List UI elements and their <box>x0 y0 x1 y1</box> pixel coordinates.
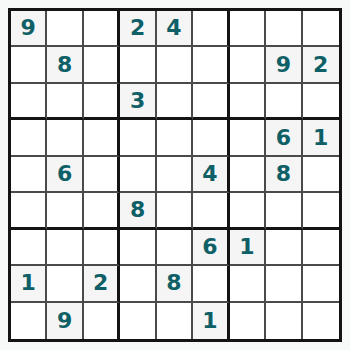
sudoku-cell-r9c8[interactable] <box>266 303 302 339</box>
sudoku-cell-r2c1[interactable] <box>11 47 47 83</box>
sudoku-cell-r6c4[interactable]: 8 <box>120 193 156 229</box>
sudoku-cell-r4c5[interactable] <box>157 120 193 156</box>
sudoku-cell-r3c5[interactable] <box>157 84 193 120</box>
sudoku-cell-r9c9[interactable] <box>303 303 339 339</box>
sudoku-cell-r3c7[interactable] <box>230 84 266 120</box>
sudoku-cell-r4c1[interactable] <box>11 120 47 156</box>
sudoku-cell-r9c5[interactable] <box>157 303 193 339</box>
sudoku-cell-r7c2[interactable] <box>47 230 83 266</box>
sudoku-cell-r1c9[interactable] <box>303 11 339 47</box>
sudoku-cell-r2c9[interactable]: 2 <box>303 47 339 83</box>
sudoku-cell-r8c5[interactable]: 8 <box>157 266 193 302</box>
sudoku-cell-r3c4[interactable]: 3 <box>120 84 156 120</box>
sudoku-cell-r9c1[interactable] <box>11 303 47 339</box>
sudoku-cell-r9c3[interactable] <box>84 303 120 339</box>
sudoku-cell-r6c7[interactable] <box>230 193 266 229</box>
sudoku-cell-r1c8[interactable] <box>266 11 302 47</box>
sudoku-cell-r2c4[interactable] <box>120 47 156 83</box>
sudoku-cell-r1c1[interactable]: 9 <box>11 11 47 47</box>
sudoku-cell-r4c3[interactable] <box>84 120 120 156</box>
sudoku-cell-r4c7[interactable] <box>230 120 266 156</box>
sudoku-cell-r5c2[interactable]: 6 <box>47 157 83 193</box>
sudoku-cell-r2c6[interactable] <box>193 47 229 83</box>
sudoku-cell-r1c7[interactable] <box>230 11 266 47</box>
sudoku-cell-r8c9[interactable] <box>303 266 339 302</box>
sudoku-cell-r7c5[interactable] <box>157 230 193 266</box>
sudoku-cell-r5c3[interactable] <box>84 157 120 193</box>
sudoku-cell-r7c7[interactable]: 1 <box>230 230 266 266</box>
sudoku-cell-r7c8[interactable] <box>266 230 302 266</box>
sudoku-cell-r2c5[interactable] <box>157 47 193 83</box>
sudoku-cell-r8c1[interactable]: 1 <box>11 266 47 302</box>
sudoku-cell-r5c8[interactable]: 8 <box>266 157 302 193</box>
sudoku-cell-r3c6[interactable] <box>193 84 229 120</box>
sudoku-cell-r7c6[interactable]: 6 <box>193 230 229 266</box>
sudoku-cell-r4c6[interactable] <box>193 120 229 156</box>
sudoku-cell-r9c2[interactable]: 9 <box>47 303 83 339</box>
sudoku-cell-r7c4[interactable] <box>120 230 156 266</box>
sudoku-cell-r1c4[interactable]: 2 <box>120 11 156 47</box>
sudoku-cell-r4c2[interactable] <box>47 120 83 156</box>
sudoku-cell-r4c4[interactable] <box>120 120 156 156</box>
sudoku-cell-r7c9[interactable] <box>303 230 339 266</box>
sudoku-cell-r6c3[interactable] <box>84 193 120 229</box>
sudoku-cell-r2c3[interactable] <box>84 47 120 83</box>
sudoku-cell-r5c6[interactable]: 4 <box>193 157 229 193</box>
sudoku-cell-r1c2[interactable] <box>47 11 83 47</box>
sudoku-cell-r6c1[interactable] <box>11 193 47 229</box>
sudoku-cell-r1c5[interactable]: 4 <box>157 11 193 47</box>
sudoku-cell-r7c1[interactable] <box>11 230 47 266</box>
sudoku-cell-r3c1[interactable] <box>11 84 47 120</box>
sudoku-cell-r8c6[interactable] <box>193 266 229 302</box>
sudoku-cell-r5c9[interactable] <box>303 157 339 193</box>
sudoku-cell-r9c4[interactable] <box>120 303 156 339</box>
sudoku-cell-r9c7[interactable] <box>230 303 266 339</box>
sudoku-cell-r4c9[interactable]: 1 <box>303 120 339 156</box>
sudoku-cell-r3c9[interactable] <box>303 84 339 120</box>
sudoku-cell-r5c5[interactable] <box>157 157 193 193</box>
sudoku-cell-r8c2[interactable] <box>47 266 83 302</box>
sudoku-cell-r8c4[interactable] <box>120 266 156 302</box>
sudoku-page: 92489236164886112891 <box>0 0 350 350</box>
sudoku-cell-r4c8[interactable]: 6 <box>266 120 302 156</box>
sudoku-cell-r8c3[interactable]: 2 <box>84 266 120 302</box>
sudoku-cell-r3c3[interactable] <box>84 84 120 120</box>
sudoku-board: 92489236164886112891 <box>8 8 342 342</box>
sudoku-cell-r1c6[interactable] <box>193 11 229 47</box>
sudoku-cell-r2c2[interactable]: 8 <box>47 47 83 83</box>
sudoku-cell-r6c2[interactable] <box>47 193 83 229</box>
sudoku-cell-r3c8[interactable] <box>266 84 302 120</box>
sudoku-cell-r5c4[interactable] <box>120 157 156 193</box>
sudoku-cell-r6c8[interactable] <box>266 193 302 229</box>
sudoku-cell-r3c2[interactable] <box>47 84 83 120</box>
sudoku-cell-r1c3[interactable] <box>84 11 120 47</box>
sudoku-cell-r5c7[interactable] <box>230 157 266 193</box>
sudoku-cell-r9c6[interactable]: 1 <box>193 303 229 339</box>
sudoku-cell-r5c1[interactable] <box>11 157 47 193</box>
sudoku-cell-r8c8[interactable] <box>266 266 302 302</box>
sudoku-cell-r6c9[interactable] <box>303 193 339 229</box>
sudoku-cell-r8c7[interactable] <box>230 266 266 302</box>
sudoku-cell-r7c3[interactable] <box>84 230 120 266</box>
sudoku-cell-r2c7[interactable] <box>230 47 266 83</box>
sudoku-cell-r6c6[interactable] <box>193 193 229 229</box>
sudoku-cell-r2c8[interactable]: 9 <box>266 47 302 83</box>
sudoku-cell-r6c5[interactable] <box>157 193 193 229</box>
